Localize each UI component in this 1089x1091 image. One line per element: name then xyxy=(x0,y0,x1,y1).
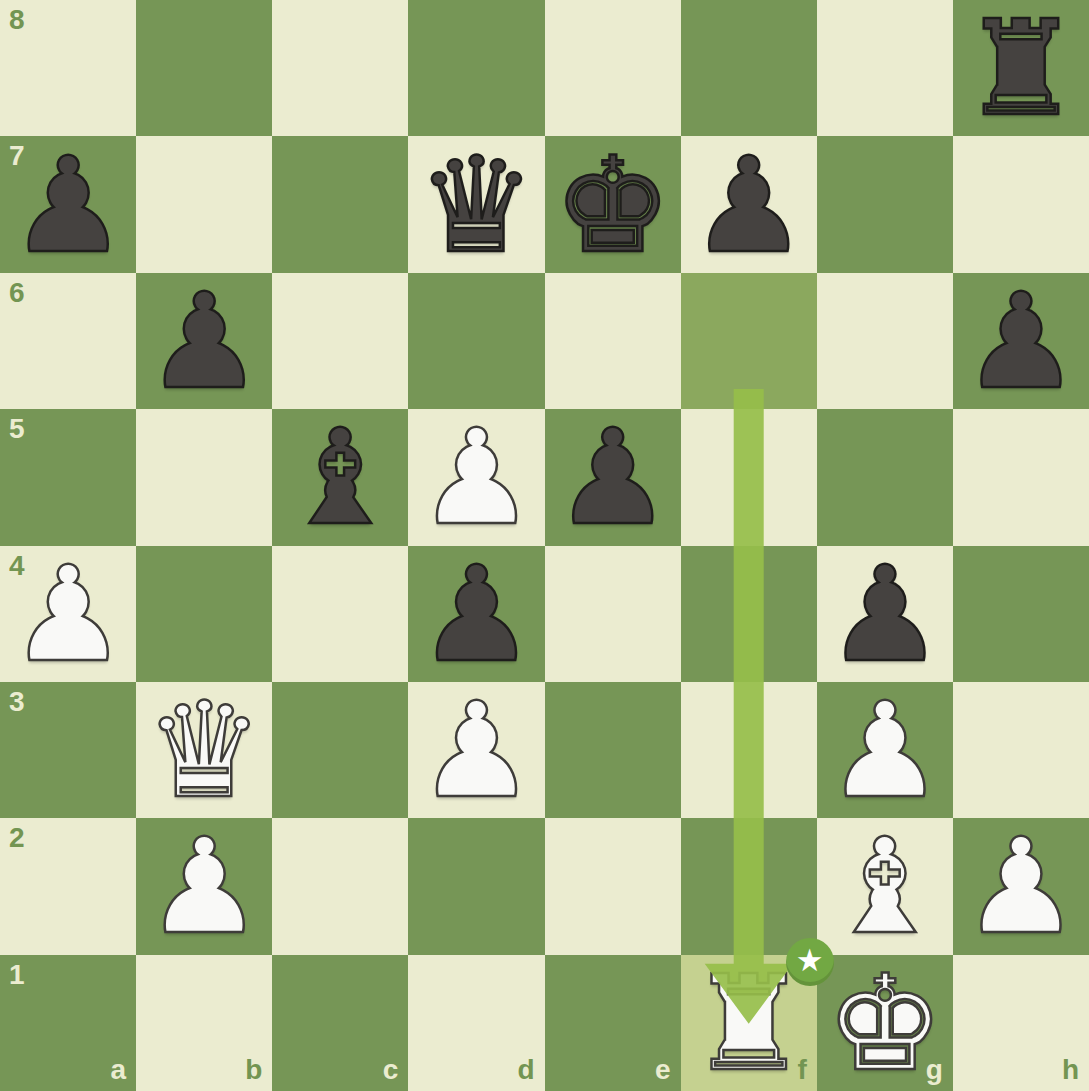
square-b1[interactable]: b xyxy=(136,955,272,1091)
square-d6[interactable] xyxy=(408,273,544,409)
square-c7[interactable] xyxy=(272,136,408,272)
square-h4[interactable] xyxy=(953,546,1089,682)
square-a4[interactable]: 4♟ xyxy=(0,546,136,682)
square-g8[interactable] xyxy=(817,0,953,136)
square-c8[interactable] xyxy=(272,0,408,136)
square-a2[interactable]: 2 xyxy=(0,818,136,954)
square-b5[interactable] xyxy=(136,409,272,545)
square-e6[interactable] xyxy=(545,273,681,409)
file-label-e: e xyxy=(655,1056,671,1084)
black-king-e7[interactable]: ♚ xyxy=(545,136,681,272)
square-d8[interactable] xyxy=(408,0,544,136)
square-h8[interactable]: ♜ xyxy=(953,0,1089,136)
white-pawn-b2[interactable]: ♟ xyxy=(136,818,272,954)
square-e5[interactable]: ♟ xyxy=(545,409,681,545)
square-e8[interactable] xyxy=(545,0,681,136)
square-e2[interactable] xyxy=(545,818,681,954)
square-a3[interactable]: 3 xyxy=(0,682,136,818)
square-g1[interactable]: g♚ xyxy=(817,955,953,1091)
square-f6[interactable] xyxy=(681,273,817,409)
rank-label-8: 8 xyxy=(9,6,25,34)
square-a8[interactable]: 8 xyxy=(0,0,136,136)
square-e7[interactable]: ♚ xyxy=(545,136,681,272)
square-a6[interactable]: 6 xyxy=(0,273,136,409)
square-h7[interactable] xyxy=(953,136,1089,272)
white-king-g1[interactable]: ♚ xyxy=(817,955,953,1091)
rank-label-3: 3 xyxy=(9,688,25,716)
square-h3[interactable] xyxy=(953,682,1089,818)
black-pawn-h6[interactable]: ♟ xyxy=(953,273,1089,409)
square-f5[interactable] xyxy=(681,409,817,545)
square-c2[interactable] xyxy=(272,818,408,954)
square-e4[interactable] xyxy=(545,546,681,682)
black-pawn-d4[interactable]: ♟ xyxy=(408,546,544,682)
square-c3[interactable] xyxy=(272,682,408,818)
file-label-h: h xyxy=(1062,1056,1079,1084)
chess-board: 8♜7♟♛♚♟6♟♟5♝♟♟4♟♟♟3♛♟♟2♟♝♟1abcdef♜g♚h xyxy=(0,0,1089,1091)
square-c4[interactable] xyxy=(272,546,408,682)
rank-label-6: 6 xyxy=(9,279,25,307)
file-label-c: c xyxy=(383,1056,399,1084)
chess-app: 8♜7♟♛♚♟6♟♟5♝♟♟4♟♟♟3♛♟♟2♟♝♟1abcdef♜g♚h ★ xyxy=(0,0,1089,1091)
black-pawn-b6[interactable]: ♟ xyxy=(136,273,272,409)
square-g3[interactable]: ♟ xyxy=(817,682,953,818)
square-b8[interactable] xyxy=(136,0,272,136)
square-d7[interactable]: ♛ xyxy=(408,136,544,272)
square-d3[interactable]: ♟ xyxy=(408,682,544,818)
file-label-d: d xyxy=(517,1056,534,1084)
square-h2[interactable]: ♟ xyxy=(953,818,1089,954)
black-queen-d7[interactable]: ♛ xyxy=(408,136,544,272)
square-g5[interactable] xyxy=(817,409,953,545)
white-pawn-a4[interactable]: ♟ xyxy=(0,546,136,682)
square-b4[interactable] xyxy=(136,546,272,682)
rank-label-1: 1 xyxy=(9,961,25,989)
square-a7[interactable]: 7♟ xyxy=(0,136,136,272)
square-d1[interactable]: d xyxy=(408,955,544,1091)
black-pawn-g4[interactable]: ♟ xyxy=(817,546,953,682)
star-icon: ★ xyxy=(796,945,824,976)
square-h1[interactable]: h xyxy=(953,955,1089,1091)
white-pawn-d5[interactable]: ♟ xyxy=(408,409,544,545)
square-a5[interactable]: 5 xyxy=(0,409,136,545)
square-d4[interactable]: ♟ xyxy=(408,546,544,682)
square-f8[interactable] xyxy=(681,0,817,136)
file-label-b: b xyxy=(245,1056,262,1084)
square-h5[interactable] xyxy=(953,409,1089,545)
square-a1[interactable]: 1a xyxy=(0,955,136,1091)
square-d5[interactable]: ♟ xyxy=(408,409,544,545)
best-move-badge: ★ xyxy=(786,938,834,986)
square-f2[interactable] xyxy=(681,818,817,954)
white-bishop-g2[interactable]: ♝ xyxy=(817,818,953,954)
white-pawn-d3[interactable]: ♟ xyxy=(408,682,544,818)
black-bishop-c5[interactable]: ♝ xyxy=(272,409,408,545)
black-pawn-f7[interactable]: ♟ xyxy=(681,136,817,272)
square-f7[interactable]: ♟ xyxy=(681,136,817,272)
file-label-a: a xyxy=(111,1056,127,1084)
square-g4[interactable]: ♟ xyxy=(817,546,953,682)
black-pawn-a7[interactable]: ♟ xyxy=(0,136,136,272)
rank-label-5: 5 xyxy=(9,415,25,443)
white-pawn-h2[interactable]: ♟ xyxy=(953,818,1089,954)
square-b6[interactable]: ♟ xyxy=(136,273,272,409)
black-pawn-e5[interactable]: ♟ xyxy=(545,409,681,545)
square-g7[interactable] xyxy=(817,136,953,272)
rank-label-2: 2 xyxy=(9,824,25,852)
square-h6[interactable]: ♟ xyxy=(953,273,1089,409)
square-e3[interactable] xyxy=(545,682,681,818)
white-queen-b3[interactable]: ♛ xyxy=(136,682,272,818)
black-rook-h8[interactable]: ♜ xyxy=(953,0,1089,136)
square-e1[interactable]: e xyxy=(545,955,681,1091)
square-f4[interactable] xyxy=(681,546,817,682)
square-b7[interactable] xyxy=(136,136,272,272)
white-pawn-g3[interactable]: ♟ xyxy=(817,682,953,818)
square-c5[interactable]: ♝ xyxy=(272,409,408,545)
square-b3[interactable]: ♛ xyxy=(136,682,272,818)
square-f3[interactable] xyxy=(681,682,817,818)
square-d2[interactable] xyxy=(408,818,544,954)
square-b2[interactable]: ♟ xyxy=(136,818,272,954)
square-g2[interactable]: ♝ xyxy=(817,818,953,954)
square-c1[interactable]: c xyxy=(272,955,408,1091)
square-c6[interactable] xyxy=(272,273,408,409)
square-g6[interactable] xyxy=(817,273,953,409)
